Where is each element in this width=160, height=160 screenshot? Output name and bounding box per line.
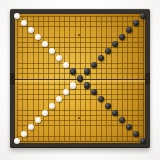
black-stone[interactable] <box>119 117 125 123</box>
black-stone[interactable] <box>112 41 118 47</box>
white-stone[interactable] <box>21 131 27 137</box>
black-stone[interactable] <box>112 110 118 116</box>
white-stone[interactable] <box>63 89 69 95</box>
black-stone[interactable] <box>91 89 97 95</box>
black-stone[interactable] <box>105 103 111 109</box>
white-stone[interactable] <box>56 55 62 61</box>
white-stone[interactable] <box>35 34 41 40</box>
white-stone[interactable] <box>21 20 27 26</box>
black-stone[interactable] <box>98 96 104 102</box>
black-stone[interactable] <box>133 20 139 26</box>
white-stone[interactable] <box>28 124 34 130</box>
photo-background <box>0 0 160 160</box>
black-stone[interactable] <box>105 48 111 54</box>
black-stone[interactable] <box>119 34 125 40</box>
black-stone[interactable] <box>126 27 132 33</box>
black-stone[interactable] <box>70 68 76 74</box>
white-stone[interactable] <box>42 41 48 47</box>
white-stone[interactable] <box>28 27 34 33</box>
white-stone[interactable] <box>56 96 62 102</box>
stones-layer <box>0 0 160 160</box>
black-stone[interactable] <box>77 75 83 81</box>
black-stone[interactable] <box>126 124 132 130</box>
black-stone[interactable] <box>91 62 97 68</box>
black-stone[interactable] <box>84 82 90 88</box>
black-stone[interactable] <box>84 68 90 74</box>
white-stone[interactable] <box>63 62 69 68</box>
black-stone[interactable] <box>98 55 104 61</box>
white-stone[interactable] <box>49 103 55 109</box>
white-stone[interactable] <box>14 138 20 144</box>
white-stone[interactable] <box>42 110 48 116</box>
white-stone[interactable] <box>70 82 76 88</box>
white-stone[interactable] <box>14 13 20 19</box>
white-stone[interactable] <box>49 48 55 54</box>
white-stone[interactable] <box>35 117 41 123</box>
black-stone[interactable] <box>133 131 139 137</box>
black-stone[interactable] <box>140 13 146 19</box>
black-stone[interactable] <box>140 138 146 144</box>
